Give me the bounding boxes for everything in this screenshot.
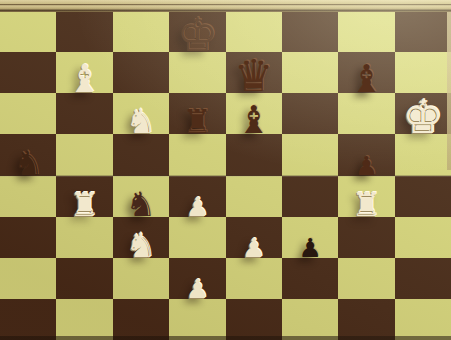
square-e3 <box>226 217 282 258</box>
square-a5 <box>0 134 56 175</box>
square-a4 <box>0 176 56 217</box>
square-e2 <box>226 258 282 299</box>
square-e8 <box>226 11 282 52</box>
square-b8 <box>56 11 112 52</box>
square-d3 <box>169 217 225 258</box>
square-f4 <box>282 176 338 217</box>
square-e7 <box>226 52 282 93</box>
square-a3 <box>0 217 56 258</box>
square-f1 <box>282 299 338 340</box>
square-f2 <box>282 258 338 299</box>
square-b7 <box>56 52 112 93</box>
square-c5 <box>113 134 169 175</box>
square-g7 <box>338 52 394 93</box>
square-c8 <box>113 11 169 52</box>
square-g5 <box>338 134 394 175</box>
square-g2 <box>338 258 394 299</box>
square-b1 <box>56 299 112 340</box>
square-h8 <box>395 11 451 52</box>
square-a8 <box>0 11 56 52</box>
square-h4 <box>395 176 451 217</box>
square-h1 <box>395 299 451 340</box>
square-d6 <box>169 93 225 134</box>
square-e5 <box>226 134 282 175</box>
square-c6 <box>113 93 169 134</box>
square-c7 <box>113 52 169 93</box>
square-a2 <box>0 258 56 299</box>
square-f6 <box>282 93 338 134</box>
square-b3 <box>56 217 112 258</box>
square-b4 <box>56 176 112 217</box>
square-g8 <box>338 11 394 52</box>
square-h6 <box>395 93 451 134</box>
square-d2 <box>169 258 225 299</box>
square-c2 <box>113 258 169 299</box>
chess-board-photo: ♚♝♛♝♞♜♝♚♞♟♜♞♟♜♞♟♟♟ <box>0 0 451 340</box>
chess-board <box>0 11 451 340</box>
square-g6 <box>338 93 394 134</box>
square-c3 <box>113 217 169 258</box>
square-f5 <box>282 134 338 175</box>
square-h3 <box>395 217 451 258</box>
square-e6 <box>226 93 282 134</box>
square-f8 <box>282 11 338 52</box>
square-h5 <box>395 134 451 175</box>
square-e1 <box>226 299 282 340</box>
board-frame-bottom-edge <box>0 336 451 340</box>
square-d8 <box>169 11 225 52</box>
board-frame-top <box>0 0 451 12</box>
square-a1 <box>0 299 56 340</box>
square-e4 <box>226 176 282 217</box>
board-frame-right-edge <box>447 0 451 170</box>
square-f7 <box>282 52 338 93</box>
square-a7 <box>0 52 56 93</box>
square-d4 <box>169 176 225 217</box>
square-d5 <box>169 134 225 175</box>
square-h2 <box>395 258 451 299</box>
square-h7 <box>395 52 451 93</box>
square-c4 <box>113 176 169 217</box>
square-g4 <box>338 176 394 217</box>
square-b2 <box>56 258 112 299</box>
square-d7 <box>169 52 225 93</box>
square-c1 <box>113 299 169 340</box>
square-g3 <box>338 217 394 258</box>
square-b5 <box>56 134 112 175</box>
square-d1 <box>169 299 225 340</box>
square-b6 <box>56 93 112 134</box>
square-a6 <box>0 93 56 134</box>
square-g1 <box>338 299 394 340</box>
square-f3 <box>282 217 338 258</box>
